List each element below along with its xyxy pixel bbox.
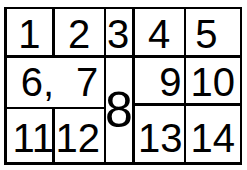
puzzle-board: 1 2 3 4 5 6, 7 8 9 10 11 12 13 14 <box>4 7 242 165</box>
cell-13: 13 <box>135 106 184 163</box>
cell-3: 3 <box>106 9 132 55</box>
cell-8: 8 <box>106 58 132 163</box>
cell-1: 1 <box>7 9 53 55</box>
cell-11: 11 <box>7 109 53 162</box>
cell-6-7: 6, 7 <box>7 58 104 107</box>
cell-4: 4 <box>135 9 184 55</box>
cell-2: 2 <box>55 9 104 55</box>
cell-9: 9 <box>135 58 184 104</box>
cell-5: 5 <box>186 9 240 55</box>
cell-14: 14 <box>186 106 240 163</box>
cell-10: 10 <box>186 58 240 104</box>
cell-12: 12 <box>55 109 104 162</box>
